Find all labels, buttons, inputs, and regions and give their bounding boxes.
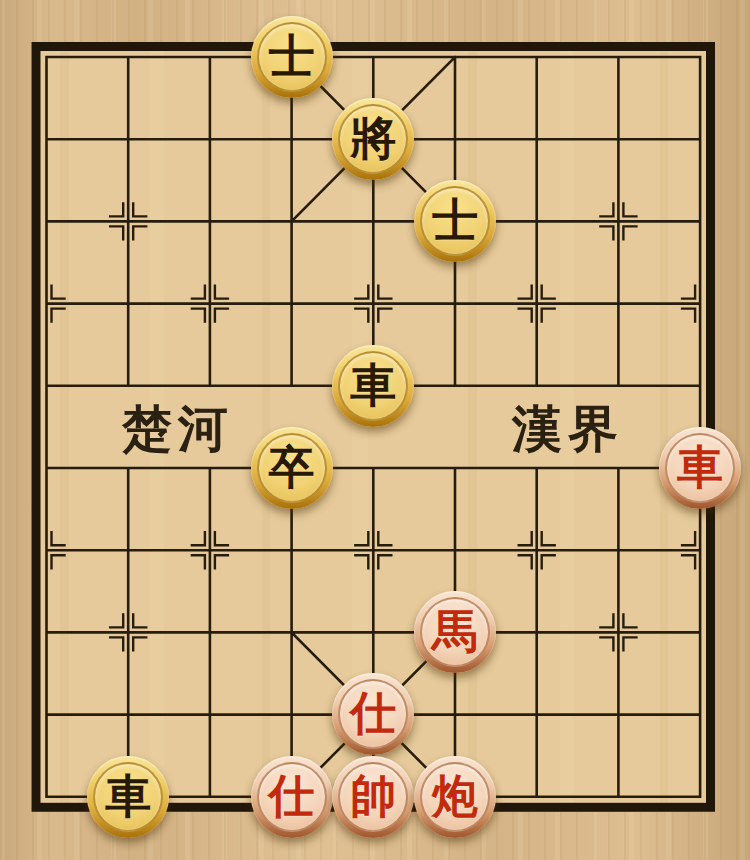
piece-face: 將 <box>338 104 408 174</box>
piece-black-advisor[interactable]: 士 <box>251 16 333 98</box>
piece-black-advisor[interactable]: 士 <box>414 180 496 262</box>
piece-character: 帥 <box>350 773 396 819</box>
piece-black-chariot[interactable]: 車 <box>87 756 169 838</box>
piece-face: 車 <box>93 762 163 832</box>
piece-character: 士 <box>269 33 315 79</box>
piece-black-soldier[interactable]: 卒 <box>251 427 333 509</box>
piece-red-general[interactable]: 帥 <box>332 756 414 838</box>
piece-red-advisor[interactable]: 仕 <box>251 756 333 838</box>
piece-character: 仕 <box>269 773 315 819</box>
piece-character: 車 <box>350 362 396 408</box>
piece-red-horse[interactable]: 馬 <box>414 591 496 673</box>
piece-face: 卒 <box>257 433 327 503</box>
piece-character: 士 <box>432 197 478 243</box>
piece-face: 仕 <box>338 679 408 749</box>
piece-red-cannon[interactable]: 炮 <box>414 756 496 838</box>
piece-black-chariot[interactable]: 車 <box>332 345 414 427</box>
piece-character: 將 <box>350 115 396 161</box>
piece-face: 士 <box>257 22 327 92</box>
piece-character: 卒 <box>269 444 315 490</box>
piece-red-chariot[interactable]: 車 <box>659 427 741 509</box>
piece-face: 車 <box>338 351 408 421</box>
piece-face: 士 <box>420 186 490 256</box>
piece-character: 仕 <box>350 690 396 736</box>
piece-face: 車 <box>665 433 735 503</box>
piece-red-advisor[interactable]: 仕 <box>332 673 414 755</box>
piece-face: 帥 <box>338 762 408 832</box>
piece-character: 炮 <box>432 773 478 819</box>
pieces-grid[interactable]: 士將士車卒車馬仕車仕帥炮 <box>6 16 741 838</box>
piece-character: 車 <box>105 773 151 819</box>
piece-black-general[interactable]: 將 <box>332 98 414 180</box>
piece-face: 馬 <box>420 597 490 667</box>
piece-character: 車 <box>677 444 723 490</box>
xiangqi-board: 楚河 漢界 士將士車卒車馬仕車仕帥炮 <box>0 0 750 860</box>
piece-face: 仕 <box>257 762 327 832</box>
piece-face: 炮 <box>420 762 490 832</box>
piece-character: 馬 <box>432 608 478 654</box>
